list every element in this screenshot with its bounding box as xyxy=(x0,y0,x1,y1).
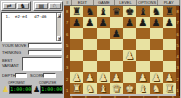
piece-black-pawn[interactable]: ♟ xyxy=(99,17,108,28)
square-g8[interactable]: ♞ xyxy=(150,6,163,17)
score-label: SCORE xyxy=(30,73,43,78)
move-list-lines: 1. e2-e4 d7-d6 xyxy=(3,14,55,40)
square-b2[interactable]: ♟ xyxy=(83,72,96,83)
square-h5[interactable] xyxy=(163,39,176,50)
square-c2[interactable]: ♟ xyxy=(97,72,110,83)
piece-white-knight[interactable]: ♞ xyxy=(85,83,94,94)
square-d6[interactable]: ♟ xyxy=(110,28,123,39)
square-b5[interactable] xyxy=(83,39,96,50)
square-e3[interactable] xyxy=(123,61,136,72)
black-pawn-icon: ♟ xyxy=(33,85,40,94)
square-d2[interactable]: ♟ xyxy=(110,72,123,83)
piece-white-pawn[interactable]: ♟ xyxy=(138,72,147,83)
file-label-a: a xyxy=(64,96,79,98)
square-f5[interactable] xyxy=(136,39,149,50)
swap-sides-icon: ⇄ xyxy=(7,3,12,9)
piece-white-pawn[interactable]: ♟ xyxy=(99,72,108,83)
opponent-clock: OPPONENT ♟ 1:00:00 xyxy=(2,81,31,97)
square-h3[interactable] xyxy=(163,61,176,72)
square-d5[interactable] xyxy=(110,39,123,50)
square-a5[interactable] xyxy=(70,39,83,50)
toolbar-button-white-knight-icon[interactable]: ♘ xyxy=(49,3,62,9)
scroll-up-icon[interactable]: ▲ xyxy=(57,13,61,18)
piece-black-knight[interactable]: ♞ xyxy=(85,6,94,17)
piece-white-pawn[interactable]: ♟ xyxy=(112,72,121,83)
piece-white-bishop[interactable]: ♝ xyxy=(138,83,147,94)
your-move-input[interactable] xyxy=(28,43,62,48)
white-knight-icon: ♘ xyxy=(52,3,57,9)
score-field xyxy=(43,73,56,78)
square-e4[interactable]: ♟ xyxy=(123,50,136,61)
chess-app-window: ⇄♞▤♘ 1. e2-e4 d7-d6 ▲ ▼ YOUR MOVE THINKI… xyxy=(0,0,180,98)
rank-label-4: 4 xyxy=(176,51,179,62)
piece-white-rook[interactable]: ♜ xyxy=(165,83,174,94)
toolbar-group-2: ▤♘ xyxy=(33,1,63,11)
square-d3[interactable] xyxy=(110,61,123,72)
square-d1[interactable]: ♛ xyxy=(110,83,123,94)
piece-white-king[interactable]: ♚ xyxy=(125,83,134,94)
square-b7[interactable]: ♟ xyxy=(83,17,96,28)
system-menu-button[interactable]: ≡ xyxy=(64,0,72,5)
square-a4[interactable] xyxy=(70,50,83,61)
toolbar-button-board-setup-icon[interactable]: ▤ xyxy=(35,3,48,9)
move-list-row[interactable]: 1. e2-e4 d7-d6 xyxy=(3,14,55,20)
square-e6[interactable] xyxy=(123,28,136,39)
square-c6[interactable] xyxy=(97,28,110,39)
rank-label-2: 2 xyxy=(176,74,179,85)
square-f3[interactable] xyxy=(136,61,149,72)
square-e1[interactable]: ♚ xyxy=(123,83,136,94)
your-move-label: YOUR MOVE xyxy=(2,43,28,48)
menu-item-level[interactable]: LEVEL xyxy=(115,0,137,5)
piece-white-bishop[interactable]: ♝ xyxy=(99,83,108,94)
square-b8[interactable]: ♞ xyxy=(83,6,96,17)
square-f8[interactable]: ♝ xyxy=(136,6,149,17)
square-g7[interactable]: ♟ xyxy=(150,17,163,28)
menu-item-edit[interactable]: EDIT xyxy=(72,0,94,5)
square-a6[interactable] xyxy=(70,28,83,39)
menu-item-game[interactable]: GAME xyxy=(94,0,116,5)
square-a3[interactable] xyxy=(70,61,83,72)
toolbar-button-swap-sides-icon[interactable]: ⇄ xyxy=(3,3,16,9)
menu-item-options[interactable]: OPTIONS xyxy=(137,0,159,5)
toolbar-group-1: ⇄♞ xyxy=(1,1,31,11)
thinking-field xyxy=(28,50,62,55)
file-labels: abcdefgh xyxy=(64,96,180,98)
square-f7[interactable]: ♟ xyxy=(136,17,149,28)
square-f4[interactable] xyxy=(136,50,149,61)
move-list[interactable]: 1. e2-e4 d7-d6 ▲ ▼ xyxy=(1,12,62,42)
square-g3[interactable] xyxy=(150,61,163,72)
rank-labels-right: 87654321 xyxy=(176,6,180,96)
piece-black-pawn[interactable]: ♟ xyxy=(85,17,94,28)
square-g6[interactable] xyxy=(150,28,163,39)
piece-black-pawn[interactable]: ♟ xyxy=(152,17,161,28)
piece-black-queen[interactable]: ♛ xyxy=(112,6,121,17)
piece-black-pawn[interactable]: ♟ xyxy=(72,17,81,28)
file-label-g: g xyxy=(151,96,166,98)
file-label-c: c xyxy=(93,96,108,98)
piece-white-pawn[interactable]: ♟ xyxy=(72,72,81,83)
file-label-h: h xyxy=(166,96,181,98)
piece-white-pawn[interactable]: ♟ xyxy=(165,72,174,83)
file-label-e: e xyxy=(122,96,137,98)
file-label-d: d xyxy=(108,96,123,98)
file-label-f: f xyxy=(137,96,152,98)
square-b4[interactable] xyxy=(83,50,96,61)
computer-clock: COMPUTER ♟ 1:00:00 xyxy=(33,81,62,97)
move-list-scrollbar[interactable]: ▲ ▼ xyxy=(56,13,61,41)
square-g5[interactable] xyxy=(150,39,163,50)
rank-label-5: 5 xyxy=(176,40,179,51)
square-h7[interactable]: ♟ xyxy=(163,17,176,28)
square-a2[interactable]: ♟ xyxy=(70,72,83,83)
menu-item-play[interactable]: PLAY xyxy=(158,0,180,5)
black-knight-icon: ♞ xyxy=(20,3,25,9)
square-e2[interactable] xyxy=(123,72,136,83)
computer-clock-time: 1:00:00 xyxy=(40,85,63,94)
piece-black-pawn[interactable]: ♟ xyxy=(125,17,134,28)
square-h2[interactable]: ♟ xyxy=(163,72,176,83)
file-label-b: b xyxy=(79,96,94,98)
square-f2[interactable]: ♟ xyxy=(136,72,149,83)
square-c7[interactable]: ♟ xyxy=(97,17,110,28)
square-g4[interactable] xyxy=(150,50,163,61)
piece-black-bishop[interactable]: ♝ xyxy=(138,6,147,17)
piece-white-pawn[interactable]: ♟ xyxy=(85,72,94,83)
square-f1[interactable]: ♝ xyxy=(136,83,149,94)
square-c4[interactable] xyxy=(97,50,110,61)
piece-black-rook[interactable]: ♜ xyxy=(72,6,81,17)
toolbar-button-black-knight-icon[interactable]: ♞ xyxy=(17,3,30,9)
square-c5[interactable] xyxy=(97,39,110,50)
square-d8[interactable]: ♛ xyxy=(110,6,123,17)
depth-field xyxy=(15,73,27,78)
best-variant-box xyxy=(22,57,62,71)
square-c8[interactable]: ♝ xyxy=(97,6,110,17)
square-h4[interactable] xyxy=(163,50,176,61)
chess-board[interactable]: ♜♞♝♛♚♝♞♜♟♟♟♟♟♟♟♟♟♟♟♟♟♟♟♟♜♞♝♛♚♝♞♜ xyxy=(70,6,176,94)
piece-white-knight[interactable]: ♞ xyxy=(152,83,161,94)
square-a7[interactable]: ♟ xyxy=(70,17,83,28)
square-c3[interactable] xyxy=(97,61,110,72)
square-b6[interactable] xyxy=(83,28,96,39)
square-a1[interactable]: ♜ xyxy=(70,83,83,94)
board-area: ≡EDITGAMELEVELOPTIONSPLAY 87654321 ♜♞♝♛♚… xyxy=(64,0,180,98)
square-g2[interactable]: ♟ xyxy=(150,72,163,83)
square-h6[interactable] xyxy=(163,28,176,39)
piece-white-pawn[interactable]: ♟ xyxy=(152,72,161,83)
square-a8[interactable]: ♜ xyxy=(70,6,83,17)
rank-label-8: 8 xyxy=(176,6,179,17)
rank-label-6: 6 xyxy=(176,29,179,40)
piece-white-pawn[interactable]: ♟ xyxy=(125,50,134,61)
square-b3[interactable] xyxy=(83,61,96,72)
piece-black-bishop[interactable]: ♝ xyxy=(99,6,108,17)
square-e8[interactable]: ♚ xyxy=(123,6,136,17)
square-c1[interactable]: ♝ xyxy=(97,83,110,94)
square-b1[interactable]: ♞ xyxy=(83,83,96,94)
piece-white-rook[interactable]: ♜ xyxy=(72,83,81,94)
rank-label-3: 3 xyxy=(176,62,179,73)
depth-label: DEPTH xyxy=(2,73,15,78)
left-panel: ⇄♞▤♘ 1. e2-e4 d7-d6 ▲ ▼ YOUR MOVE THINKI… xyxy=(0,0,64,98)
piece-black-pawn[interactable]: ♟ xyxy=(112,28,121,39)
piece-black-rook[interactable]: ♜ xyxy=(165,6,174,17)
piece-white-queen[interactable]: ♛ xyxy=(112,83,121,94)
thinking-label: THINKING xyxy=(2,50,28,55)
square-f6[interactable] xyxy=(136,28,149,39)
opponent-clock-time: 1:00:00 xyxy=(9,85,32,94)
square-d4[interactable] xyxy=(110,50,123,61)
toolbar: ⇄♞▤♘ xyxy=(1,1,63,11)
square-e5[interactable] xyxy=(123,39,136,50)
square-d7[interactable] xyxy=(110,17,123,28)
piece-black-knight[interactable]: ♞ xyxy=(152,6,161,17)
square-g1[interactable]: ♞ xyxy=(150,83,163,94)
piece-black-pawn[interactable]: ♟ xyxy=(138,17,147,28)
rank-label-7: 7 xyxy=(176,17,179,28)
square-h1[interactable]: ♜ xyxy=(163,83,176,94)
piece-black-pawn[interactable]: ♟ xyxy=(165,17,174,28)
square-e7[interactable]: ♟ xyxy=(123,17,136,28)
square-h8[interactable]: ♜ xyxy=(163,6,176,17)
white-pawn-icon: ♟ xyxy=(2,85,9,94)
scroll-down-icon[interactable]: ▼ xyxy=(57,36,61,41)
piece-black-king[interactable]: ♚ xyxy=(125,6,134,17)
rank-label-1: 1 xyxy=(176,85,179,96)
board-setup-icon: ▤ xyxy=(38,3,44,9)
